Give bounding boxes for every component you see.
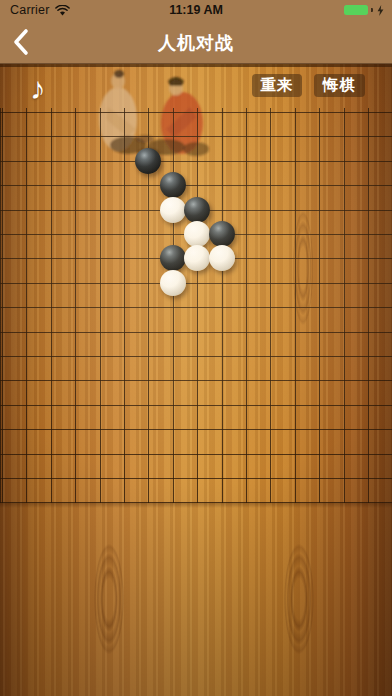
board-edge-shadow	[0, 503, 392, 508]
gomoku-board[interactable]	[0, 108, 392, 503]
wood-knot	[283, 540, 315, 658]
undo-button[interactable]: 悔棋	[314, 74, 365, 97]
restart-button[interactable]: 重来	[252, 74, 302, 97]
app-screen: Carrier 11:19 AM 人机对战	[0, 0, 392, 696]
stone-black	[160, 245, 186, 271]
stone-white	[184, 245, 210, 271]
game-area: ♪ 重来 悔棋	[0, 64, 392, 696]
page-title: 人机对战	[0, 20, 392, 64]
status-time: 11:19 AM	[0, 3, 392, 17]
music-note-icon[interactable]: ♪	[20, 71, 56, 107]
battery-icon	[344, 5, 368, 15]
stone-black	[160, 172, 186, 198]
stone-white	[209, 245, 235, 271]
wood-knot	[93, 540, 125, 658]
stone-white	[184, 221, 210, 247]
stone-white	[160, 197, 186, 223]
nav-bar: 人机对战	[0, 20, 392, 64]
stone-black	[184, 197, 210, 223]
battery-nub	[371, 8, 373, 12]
stone-black	[209, 221, 235, 247]
stone-black	[135, 148, 161, 174]
status-bar: Carrier 11:19 AM	[0, 0, 392, 20]
status-right	[344, 0, 384, 20]
stone-white	[160, 270, 186, 296]
charging-bolt-icon	[377, 5, 384, 16]
